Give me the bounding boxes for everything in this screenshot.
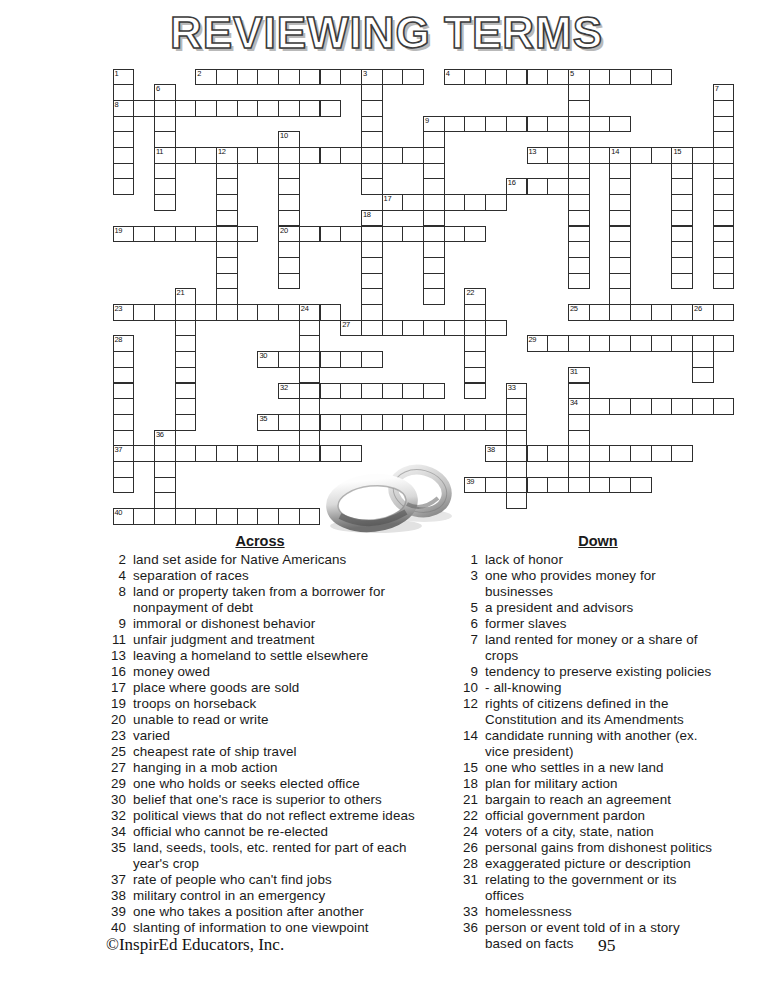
crossword-cell[interactable] bbox=[320, 100, 342, 117]
crossword-cell[interactable] bbox=[527, 477, 549, 494]
crossword-cell[interactable] bbox=[568, 445, 590, 462]
crossword-cell[interactable] bbox=[382, 383, 404, 400]
crossword-cell[interactable] bbox=[713, 226, 735, 243]
crossword-cell[interactable] bbox=[278, 304, 300, 321]
crossword-cell[interactable] bbox=[692, 398, 714, 415]
crossword-cell[interactable] bbox=[278, 100, 300, 117]
crossword-cell[interactable] bbox=[568, 241, 590, 258]
crossword-cell[interactable] bbox=[568, 178, 590, 195]
crossword-cell[interactable] bbox=[216, 288, 238, 305]
crossword-cell[interactable] bbox=[133, 508, 155, 525]
crossword-cell[interactable] bbox=[609, 304, 631, 321]
crossword-cell[interactable] bbox=[713, 194, 735, 211]
crossword-cell[interactable] bbox=[651, 147, 673, 164]
crossword-cell[interactable] bbox=[113, 383, 135, 400]
crossword-cell[interactable] bbox=[257, 100, 279, 117]
crossword-cell[interactable] bbox=[464, 226, 486, 243]
crossword-cell[interactable] bbox=[589, 304, 611, 321]
crossword-cell[interactable]: 38 bbox=[485, 445, 507, 462]
crossword-cell[interactable] bbox=[402, 320, 424, 337]
crossword-cell[interactable] bbox=[423, 383, 445, 400]
crossword-cell[interactable] bbox=[320, 414, 342, 431]
crossword-cell[interactable] bbox=[527, 69, 549, 86]
crossword-cell[interactable] bbox=[113, 398, 135, 415]
crossword-cell[interactable] bbox=[609, 163, 631, 180]
crossword-cell[interactable] bbox=[464, 69, 486, 86]
crossword-cell[interactable] bbox=[609, 398, 631, 415]
crossword-cell[interactable] bbox=[175, 414, 197, 431]
crossword-cell[interactable] bbox=[257, 69, 279, 86]
crossword-cell[interactable] bbox=[609, 116, 631, 133]
crossword-cell[interactable] bbox=[382, 320, 404, 337]
crossword-cell[interactable] bbox=[464, 116, 486, 133]
crossword-cell[interactable] bbox=[506, 116, 528, 133]
crossword-cell[interactable] bbox=[216, 69, 238, 86]
crossword-cell[interactable] bbox=[609, 241, 631, 258]
crossword-cell[interactable] bbox=[299, 320, 321, 337]
crossword-cell[interactable] bbox=[527, 178, 549, 195]
crossword-cell[interactable] bbox=[402, 69, 424, 86]
crossword-cell[interactable] bbox=[485, 320, 507, 337]
crossword-cell[interactable] bbox=[671, 194, 693, 211]
crossword-cell[interactable] bbox=[423, 288, 445, 305]
crossword-cell[interactable] bbox=[547, 335, 569, 352]
crossword-cell[interactable] bbox=[299, 335, 321, 352]
crossword-cell[interactable] bbox=[671, 226, 693, 243]
crossword-cell[interactable] bbox=[671, 257, 693, 274]
crossword-cell[interactable] bbox=[630, 69, 652, 86]
crossword-cell[interactable] bbox=[713, 257, 735, 274]
crossword-cell[interactable] bbox=[216, 257, 238, 274]
crossword-cell[interactable] bbox=[547, 178, 569, 195]
crossword-cell[interactable] bbox=[216, 194, 238, 211]
crossword-cell[interactable] bbox=[423, 131, 445, 148]
crossword-cell[interactable] bbox=[568, 383, 590, 400]
crossword-cell[interactable] bbox=[195, 304, 217, 321]
crossword-cell[interactable] bbox=[423, 257, 445, 274]
crossword-cell[interactable] bbox=[671, 178, 693, 195]
crossword-cell[interactable] bbox=[340, 69, 362, 86]
crossword-cell[interactable]: 19 bbox=[113, 226, 135, 243]
crossword-cell[interactable] bbox=[609, 445, 631, 462]
crossword-cell[interactable]: 29 bbox=[527, 335, 549, 352]
crossword-cell[interactable] bbox=[423, 163, 445, 180]
crossword-cell[interactable] bbox=[278, 178, 300, 195]
crossword-cell[interactable] bbox=[320, 383, 342, 400]
crossword-cell[interactable] bbox=[278, 69, 300, 86]
crossword-cell[interactable] bbox=[547, 69, 569, 86]
crossword-cell[interactable] bbox=[609, 477, 631, 494]
crossword-cell[interactable] bbox=[692, 351, 714, 368]
crossword-cell[interactable] bbox=[609, 288, 631, 305]
crossword-cell[interactable]: 2 bbox=[195, 69, 217, 86]
crossword-cell[interactable] bbox=[216, 304, 238, 321]
crossword-cell[interactable] bbox=[506, 492, 528, 509]
crossword-cell[interactable] bbox=[464, 335, 486, 352]
crossword-cell[interactable] bbox=[423, 320, 445, 337]
crossword-cell[interactable] bbox=[340, 226, 362, 243]
crossword-cell[interactable] bbox=[175, 304, 197, 321]
crossword-cell[interactable] bbox=[630, 304, 652, 321]
crossword-cell[interactable] bbox=[589, 147, 611, 164]
crossword-cell[interactable] bbox=[216, 163, 238, 180]
crossword-cell[interactable] bbox=[175, 226, 197, 243]
crossword-cell[interactable] bbox=[527, 445, 549, 462]
crossword-cell[interactable] bbox=[113, 461, 135, 478]
crossword-cell[interactable] bbox=[216, 445, 238, 462]
crossword-cell[interactable] bbox=[568, 226, 590, 243]
crossword-cell[interactable] bbox=[361, 226, 383, 243]
crossword-cell[interactable] bbox=[402, 383, 424, 400]
crossword-cell[interactable] bbox=[464, 367, 486, 384]
crossword-cell[interactable] bbox=[299, 367, 321, 384]
crossword-cell[interactable] bbox=[651, 398, 673, 415]
crossword-cell[interactable] bbox=[113, 430, 135, 447]
crossword-cell[interactable] bbox=[113, 477, 135, 494]
crossword-cell[interactable] bbox=[154, 116, 176, 133]
crossword-cell[interactable]: 36 bbox=[154, 430, 176, 447]
crossword-cell[interactable] bbox=[154, 492, 176, 509]
crossword-cell[interactable]: 39 bbox=[464, 477, 486, 494]
crossword-cell[interactable] bbox=[154, 178, 176, 195]
crossword-cell[interactable] bbox=[237, 226, 259, 243]
crossword-cell[interactable] bbox=[630, 147, 652, 164]
crossword-cell[interactable] bbox=[278, 414, 300, 431]
crossword-cell[interactable]: 21 bbox=[175, 288, 197, 305]
crossword-cell[interactable] bbox=[299, 414, 321, 431]
crossword-cell[interactable] bbox=[361, 320, 383, 337]
crossword-cell[interactable] bbox=[257, 445, 279, 462]
crossword-cell[interactable] bbox=[568, 430, 590, 447]
crossword-cell[interactable]: 16 bbox=[506, 178, 528, 195]
crossword-cell[interactable] bbox=[713, 398, 735, 415]
crossword-cell[interactable] bbox=[692, 147, 714, 164]
crossword-cell[interactable] bbox=[278, 445, 300, 462]
crossword-cell[interactable] bbox=[444, 116, 466, 133]
crossword-cell[interactable] bbox=[671, 304, 693, 321]
crossword-cell[interactable] bbox=[361, 304, 383, 321]
crossword-cell[interactable] bbox=[361, 147, 383, 164]
crossword-cell[interactable] bbox=[299, 147, 321, 164]
crossword-cell[interactable] bbox=[402, 194, 424, 211]
crossword-cell[interactable] bbox=[320, 226, 342, 243]
crossword-cell[interactable] bbox=[713, 163, 735, 180]
crossword-cell[interactable] bbox=[257, 304, 279, 321]
crossword-cell[interactable] bbox=[444, 414, 466, 431]
crossword-cell[interactable]: 3 bbox=[361, 69, 383, 86]
crossword-cell[interactable] bbox=[340, 414, 362, 431]
crossword-cell[interactable] bbox=[547, 477, 569, 494]
crossword-cell[interactable] bbox=[692, 367, 714, 384]
crossword-cell[interactable] bbox=[547, 116, 569, 133]
crossword-cell[interactable] bbox=[568, 477, 590, 494]
crossword-cell[interactable]: 26 bbox=[692, 304, 714, 321]
crossword-cell[interactable] bbox=[175, 335, 197, 352]
crossword-cell[interactable] bbox=[609, 257, 631, 274]
crossword-cell[interactable]: 10 bbox=[278, 131, 300, 148]
crossword-cell[interactable] bbox=[361, 351, 383, 368]
crossword-cell[interactable]: 1 bbox=[113, 69, 135, 86]
crossword-cell[interactable] bbox=[382, 226, 404, 243]
crossword-cell[interactable] bbox=[278, 257, 300, 274]
crossword-cell[interactable] bbox=[237, 147, 259, 164]
crossword-cell[interactable] bbox=[216, 508, 238, 525]
crossword-cell[interactable] bbox=[423, 210, 445, 227]
crossword-cell[interactable] bbox=[547, 147, 569, 164]
crossword-cell[interactable] bbox=[630, 445, 652, 462]
crossword-cell[interactable] bbox=[113, 131, 135, 148]
crossword-cell[interactable]: 12 bbox=[216, 147, 238, 164]
crossword-cell[interactable] bbox=[216, 226, 238, 243]
crossword-cell[interactable] bbox=[278, 163, 300, 180]
crossword-cell[interactable] bbox=[671, 273, 693, 290]
crossword-cell[interactable] bbox=[299, 398, 321, 415]
crossword-cell[interactable]: 40 bbox=[113, 508, 135, 525]
crossword-cell[interactable] bbox=[568, 147, 590, 164]
crossword-cell[interactable] bbox=[713, 304, 735, 321]
crossword-cell[interactable] bbox=[154, 226, 176, 243]
crossword-cell[interactable] bbox=[444, 320, 466, 337]
crossword-cell[interactable] bbox=[154, 194, 176, 211]
crossword-cell[interactable]: 14 bbox=[609, 147, 631, 164]
crossword-cell[interactable] bbox=[485, 194, 507, 211]
crossword-cell[interactable]: 34 bbox=[568, 398, 590, 415]
crossword-cell[interactable] bbox=[671, 445, 693, 462]
crossword-cell[interactable] bbox=[609, 69, 631, 86]
crossword-cell[interactable] bbox=[651, 335, 673, 352]
crossword-cell[interactable] bbox=[651, 69, 673, 86]
crossword-cell[interactable] bbox=[320, 351, 342, 368]
crossword-cell[interactable] bbox=[299, 69, 321, 86]
crossword-cell[interactable] bbox=[568, 100, 590, 117]
crossword-cell[interactable]: 18 bbox=[361, 210, 383, 227]
crossword-cell[interactable] bbox=[257, 147, 279, 164]
crossword-cell[interactable] bbox=[464, 383, 486, 400]
crossword-cell[interactable] bbox=[589, 477, 611, 494]
crossword-cell[interactable] bbox=[423, 147, 445, 164]
crossword-cell[interactable] bbox=[444, 226, 466, 243]
crossword-cell[interactable] bbox=[216, 210, 238, 227]
crossword-cell[interactable] bbox=[485, 477, 507, 494]
crossword-cell[interactable] bbox=[713, 241, 735, 258]
crossword-cell[interactable] bbox=[133, 445, 155, 462]
crossword-cell[interactable] bbox=[568, 210, 590, 227]
crossword-cell[interactable] bbox=[713, 116, 735, 133]
crossword-cell[interactable] bbox=[527, 116, 549, 133]
crossword-cell[interactable] bbox=[609, 335, 631, 352]
crossword-cell[interactable] bbox=[568, 414, 590, 431]
crossword-cell[interactable] bbox=[568, 116, 590, 133]
crossword-cell[interactable] bbox=[568, 273, 590, 290]
crossword-cell[interactable] bbox=[340, 351, 362, 368]
crossword-cell[interactable] bbox=[113, 351, 135, 368]
crossword-cell[interactable]: 17 bbox=[382, 194, 404, 211]
crossword-cell[interactable] bbox=[237, 304, 259, 321]
crossword-cell[interactable] bbox=[589, 69, 611, 86]
crossword-cell[interactable] bbox=[568, 335, 590, 352]
crossword-cell[interactable] bbox=[278, 147, 300, 164]
crossword-cell[interactable] bbox=[568, 194, 590, 211]
crossword-cell[interactable] bbox=[506, 430, 528, 447]
crossword-cell[interactable] bbox=[113, 367, 135, 384]
crossword-cell[interactable]: 28 bbox=[113, 335, 135, 352]
crossword-cell[interactable] bbox=[299, 430, 321, 447]
crossword-cell[interactable]: 15 bbox=[671, 147, 693, 164]
crossword-cell[interactable] bbox=[361, 100, 383, 117]
crossword-cell[interactable] bbox=[278, 508, 300, 525]
crossword-cell[interactable]: 6 bbox=[154, 84, 176, 101]
crossword-cell[interactable] bbox=[382, 147, 404, 164]
crossword-cell[interactable] bbox=[113, 84, 135, 101]
crossword-cell[interactable] bbox=[423, 273, 445, 290]
crossword-cell[interactable] bbox=[485, 69, 507, 86]
crossword-cell[interactable]: 11 bbox=[154, 147, 176, 164]
crossword-cell[interactable] bbox=[402, 147, 424, 164]
crossword-cell[interactable]: 25 bbox=[568, 304, 590, 321]
crossword-cell[interactable] bbox=[216, 178, 238, 195]
crossword-cell[interactable] bbox=[713, 131, 735, 148]
crossword-cell[interactable] bbox=[382, 69, 404, 86]
crossword-cell[interactable] bbox=[175, 383, 197, 400]
crossword-cell[interactable] bbox=[154, 131, 176, 148]
crossword-cell[interactable] bbox=[175, 351, 197, 368]
crossword-cell[interactable] bbox=[651, 445, 673, 462]
crossword-cell[interactable] bbox=[506, 398, 528, 415]
crossword-cell[interactable] bbox=[361, 116, 383, 133]
crossword-cell[interactable] bbox=[299, 383, 321, 400]
crossword-cell[interactable] bbox=[361, 383, 383, 400]
crossword-cell[interactable] bbox=[671, 210, 693, 227]
crossword-cell[interactable] bbox=[113, 116, 135, 133]
crossword-cell[interactable] bbox=[299, 226, 321, 243]
crossword-cell[interactable]: 4 bbox=[444, 69, 466, 86]
crossword-cell[interactable] bbox=[340, 383, 362, 400]
crossword-cell[interactable] bbox=[568, 84, 590, 101]
crossword-cell[interactable] bbox=[320, 304, 342, 321]
crossword-cell[interactable] bbox=[464, 320, 486, 337]
crossword-cell[interactable] bbox=[154, 445, 176, 462]
crossword-cell[interactable] bbox=[423, 226, 445, 243]
crossword-cell[interactable] bbox=[713, 210, 735, 227]
crossword-cell[interactable]: 22 bbox=[464, 288, 486, 305]
crossword-cell[interactable] bbox=[154, 477, 176, 494]
crossword-cell[interactable] bbox=[195, 445, 217, 462]
crossword-cell[interactable] bbox=[195, 226, 217, 243]
crossword-cell[interactable]: 13 bbox=[527, 147, 549, 164]
crossword-cell[interactable] bbox=[278, 273, 300, 290]
crossword-cell[interactable] bbox=[175, 100, 197, 117]
crossword-cell[interactable] bbox=[154, 163, 176, 180]
crossword-cell[interactable] bbox=[113, 178, 135, 195]
crossword-cell[interactable] bbox=[237, 100, 259, 117]
crossword-cell[interactable]: 8 bbox=[113, 100, 135, 117]
crossword-cell[interactable] bbox=[113, 147, 135, 164]
crossword-cell[interactable] bbox=[506, 477, 528, 494]
crossword-cell[interactable] bbox=[506, 414, 528, 431]
crossword-cell[interactable]: 27 bbox=[340, 320, 362, 337]
crossword-cell[interactable] bbox=[423, 178, 445, 195]
crossword-cell[interactable] bbox=[671, 335, 693, 352]
crossword-cell[interactable] bbox=[237, 445, 259, 462]
crossword-cell[interactable] bbox=[609, 226, 631, 243]
crossword-cell[interactable] bbox=[692, 335, 714, 352]
crossword-cell[interactable] bbox=[671, 163, 693, 180]
crossword-cell[interactable] bbox=[361, 257, 383, 274]
crossword-cell[interactable] bbox=[568, 257, 590, 274]
crossword-cell[interactable] bbox=[713, 273, 735, 290]
crossword-cell[interactable]: 9 bbox=[423, 116, 445, 133]
crossword-cell[interactable] bbox=[299, 351, 321, 368]
crossword-cell[interactable] bbox=[609, 178, 631, 195]
crossword-cell[interactable] bbox=[609, 210, 631, 227]
crossword-cell[interactable] bbox=[713, 100, 735, 117]
crossword-cell[interactable] bbox=[485, 116, 507, 133]
crossword-cell[interactable] bbox=[175, 508, 197, 525]
crossword-cell[interactable] bbox=[568, 163, 590, 180]
crossword-cell[interactable] bbox=[257, 508, 279, 525]
crossword-cell[interactable] bbox=[402, 226, 424, 243]
crossword-cell[interactable] bbox=[154, 304, 176, 321]
crossword-cell[interactable] bbox=[361, 414, 383, 431]
crossword-cell[interactable] bbox=[299, 100, 321, 117]
crossword-cell[interactable] bbox=[402, 414, 424, 431]
crossword-cell[interactable] bbox=[195, 100, 217, 117]
crossword-cell[interactable] bbox=[278, 241, 300, 258]
crossword-cell[interactable] bbox=[361, 163, 383, 180]
crossword-cell[interactable] bbox=[568, 461, 590, 478]
crossword-cell[interactable] bbox=[320, 147, 342, 164]
crossword-cell[interactable] bbox=[278, 194, 300, 211]
crossword-cell[interactable]: 30 bbox=[257, 351, 279, 368]
crossword-cell[interactable] bbox=[361, 84, 383, 101]
crossword-cell[interactable] bbox=[237, 508, 259, 525]
crossword-cell[interactable]: 33 bbox=[506, 383, 528, 400]
crossword-cell[interactable] bbox=[423, 194, 445, 211]
crossword-cell[interactable] bbox=[278, 210, 300, 227]
crossword-cell[interactable] bbox=[113, 163, 135, 180]
crossword-cell[interactable] bbox=[361, 241, 383, 258]
crossword-cell[interactable] bbox=[154, 461, 176, 478]
crossword-cell[interactable] bbox=[589, 398, 611, 415]
crossword-cell[interactable] bbox=[195, 508, 217, 525]
crossword-cell[interactable] bbox=[113, 414, 135, 431]
crossword-cell[interactable]: 32 bbox=[278, 383, 300, 400]
crossword-cell[interactable] bbox=[547, 445, 569, 462]
crossword-cell[interactable] bbox=[713, 335, 735, 352]
crossword-cell[interactable] bbox=[464, 414, 486, 431]
crossword-cell[interactable] bbox=[133, 100, 155, 117]
crossword-cell[interactable] bbox=[361, 288, 383, 305]
crossword-cell[interactable] bbox=[237, 69, 259, 86]
crossword-cell[interactable] bbox=[609, 273, 631, 290]
crossword-cell[interactable]: 7 bbox=[713, 84, 735, 101]
crossword-cell[interactable] bbox=[568, 131, 590, 148]
crossword-cell[interactable] bbox=[630, 398, 652, 415]
crossword-cell[interactable] bbox=[154, 508, 176, 525]
crossword-cell[interactable] bbox=[175, 320, 197, 337]
crossword-cell[interactable] bbox=[609, 194, 631, 211]
crossword-cell[interactable]: 24 bbox=[299, 304, 321, 321]
crossword-cell[interactable] bbox=[506, 445, 528, 462]
crossword-cell[interactable] bbox=[589, 335, 611, 352]
crossword-cell[interactable] bbox=[340, 147, 362, 164]
crossword-cell[interactable] bbox=[195, 147, 217, 164]
crossword-cell[interactable] bbox=[589, 116, 611, 133]
crossword-cell[interactable] bbox=[444, 194, 466, 211]
crossword-cell[interactable]: 5 bbox=[568, 69, 590, 86]
crossword-cell[interactable]: 35 bbox=[257, 414, 279, 431]
crossword-cell[interactable] bbox=[133, 226, 155, 243]
